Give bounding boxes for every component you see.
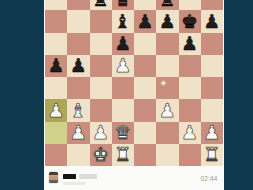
player-bar: 02:44 (44, 167, 224, 190)
square-b6[interactable] (67, 33, 89, 55)
username-redacted-bar (63, 174, 76, 179)
rating-blurred-text (79, 174, 97, 179)
piece-white-pawn[interactable]: ♟ (92, 123, 109, 142)
piece-black-pawn[interactable]: ♟ (181, 34, 198, 53)
square-e4[interactable] (134, 77, 156, 99)
player-name-block (63, 173, 153, 187)
square-f6[interactable] (156, 33, 178, 55)
square-g4[interactable] (179, 77, 201, 99)
square-f2[interactable] (156, 122, 178, 144)
square-h5[interactable] (201, 55, 223, 77)
square-b5[interactable]: ♟ (67, 55, 89, 77)
app-background: ♜♛♜♝♟♟♚♟♟♟♟♟♟♟♝♟♟♟♛♟♟♚♜♜ ✦ 02:44 (0, 0, 253, 190)
piece-white-pawn[interactable]: ♟ (114, 56, 131, 75)
square-f7[interactable]: ♟ (156, 10, 178, 32)
square-e3[interactable] (134, 99, 156, 121)
square-d7[interactable]: ♝ (112, 10, 134, 32)
square-c1[interactable]: ♚ (90, 144, 112, 166)
piece-white-bishop[interactable]: ♝ (70, 100, 87, 119)
square-b3[interactable]: ♝ (67, 99, 89, 121)
piece-white-pawn[interactable]: ♟ (48, 100, 65, 119)
square-c6[interactable] (90, 33, 112, 55)
square-e2[interactable] (134, 122, 156, 144)
game-card: ♜♛♜♝♟♟♚♟♟♟♟♟♟♟♝♟♟♟♛♟♟♚♜♜ ✦ 02:44 (44, 0, 224, 190)
square-f1[interactable] (156, 144, 178, 166)
square-b7[interactable] (67, 10, 89, 32)
square-d1[interactable]: ♜ (112, 144, 134, 166)
square-d6[interactable]: ♟ (112, 33, 134, 55)
piece-white-pawn[interactable]: ♟ (159, 100, 176, 119)
piece-black-rook[interactable]: ♜ (159, 0, 176, 8)
piece-black-pawn[interactable]: ♟ (137, 11, 154, 30)
square-a5[interactable]: ♟ (45, 55, 67, 77)
square-c8[interactable]: ♜ (90, 0, 112, 10)
piece-white-rook[interactable]: ♜ (114, 145, 131, 164)
square-h3[interactable] (201, 99, 223, 121)
square-e7[interactable]: ♟ (134, 10, 156, 32)
square-g2[interactable]: ♟ (179, 122, 201, 144)
square-d2[interactable]: ♛ (112, 122, 134, 144)
square-e1[interactable] (134, 144, 156, 166)
piece-white-king[interactable]: ♚ (92, 145, 109, 164)
piece-black-pawn[interactable]: ♟ (159, 11, 176, 30)
piece-white-queen[interactable]: ♛ (114, 123, 131, 142)
avatar[interactable] (49, 172, 58, 183)
square-c4[interactable] (90, 77, 112, 99)
square-a4[interactable] (45, 77, 67, 99)
subtitle-blurred-text (63, 182, 86, 186)
square-g1[interactable] (179, 144, 201, 166)
piece-white-pawn[interactable]: ♟ (70, 123, 87, 142)
square-d4[interactable] (112, 77, 134, 99)
square-h4[interactable] (201, 77, 223, 99)
piece-black-pawn[interactable]: ♟ (114, 34, 131, 53)
piece-black-queen[interactable]: ♛ (114, 0, 131, 8)
square-e5[interactable] (134, 55, 156, 77)
square-d3[interactable] (112, 99, 134, 121)
piece-black-king[interactable]: ♚ (181, 11, 198, 30)
piece-black-pawn[interactable]: ♟ (48, 56, 65, 75)
square-b1[interactable] (67, 144, 89, 166)
square-c5[interactable] (90, 55, 112, 77)
square-h1[interactable]: ♜ (201, 144, 223, 166)
piece-black-rook[interactable]: ♜ (92, 0, 109, 8)
square-g7[interactable]: ♚ (179, 10, 201, 32)
piece-black-bishop[interactable]: ♝ (114, 11, 131, 30)
piece-white-rook[interactable]: ♜ (203, 145, 220, 164)
square-f5[interactable] (156, 55, 178, 77)
square-g6[interactable]: ♟ (179, 33, 201, 55)
piece-black-pawn[interactable]: ♟ (203, 11, 220, 30)
square-b4[interactable] (67, 77, 89, 99)
square-d5[interactable]: ♟ (112, 55, 134, 77)
piece-black-pawn[interactable]: ♟ (70, 56, 87, 75)
square-h7[interactable]: ♟ (201, 10, 223, 32)
square-a8[interactable] (45, 0, 67, 10)
square-e6[interactable] (134, 33, 156, 55)
square-f3[interactable]: ♟ (156, 99, 178, 121)
square-a6[interactable] (45, 33, 67, 55)
square-a3[interactable]: ♟ (45, 99, 67, 121)
sparkle-effect-icon: ✦ (160, 79, 167, 88)
square-a2[interactable] (45, 122, 67, 144)
square-h2[interactable]: ♟ (201, 122, 223, 144)
square-c7[interactable] (90, 10, 112, 32)
square-b8[interactable] (67, 0, 89, 10)
square-b2[interactable]: ♟ (67, 122, 89, 144)
piece-white-pawn[interactable]: ♟ (181, 123, 198, 142)
piece-white-pawn[interactable]: ♟ (203, 123, 220, 142)
square-c2[interactable]: ♟ (90, 122, 112, 144)
square-c3[interactable] (90, 99, 112, 121)
player-clock: 02:44 (201, 171, 218, 186)
square-g5[interactable] (179, 55, 201, 77)
chess-board: ♜♛♜♝♟♟♚♟♟♟♟♟♟♟♝♟♟♟♛♟♟♚♜♜ (45, 0, 223, 166)
square-h6[interactable] (201, 33, 223, 55)
square-a7[interactable] (45, 10, 67, 32)
square-a1[interactable] (45, 144, 67, 166)
square-g3[interactable] (179, 99, 201, 121)
